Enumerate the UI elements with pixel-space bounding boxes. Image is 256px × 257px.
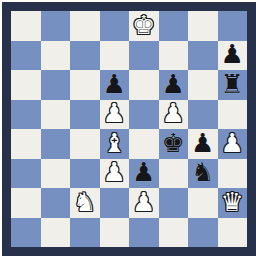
square-h8[interactable]: [218, 11, 248, 41]
square-f2[interactable]: [159, 188, 189, 218]
square-c3[interactable]: [70, 159, 100, 189]
square-h7[interactable]: ♟: [218, 41, 248, 71]
square-b2[interactable]: [41, 188, 71, 218]
square-c4[interactable]: [70, 129, 100, 159]
square-f7[interactable]: [159, 41, 189, 71]
white-pawn[interactable]: ♟: [103, 159, 126, 185]
square-d7[interactable]: [100, 41, 130, 71]
white-pawn[interactable]: ♟: [132, 189, 155, 215]
square-f1[interactable]: [159, 218, 189, 248]
black-rook[interactable]: ♜: [221, 71, 244, 97]
square-e5[interactable]: [129, 100, 159, 130]
square-d6[interactable]: ♟: [100, 70, 130, 100]
square-g8[interactable]: [188, 11, 218, 41]
square-b5[interactable]: [41, 100, 71, 130]
black-pawn[interactable]: ♟: [132, 159, 155, 185]
square-a8[interactable]: [11, 11, 41, 41]
square-e7[interactable]: [129, 41, 159, 71]
black-pawn[interactable]: ♟: [103, 71, 126, 97]
square-e2[interactable]: ♟: [129, 188, 159, 218]
square-e3[interactable]: ♟: [129, 159, 159, 189]
chess-board[interactable]: ♚♟♟♟♜♟♟♝♚♟♟♟♟♞♞♟♛: [11, 11, 247, 247]
black-king[interactable]: ♚: [162, 130, 185, 156]
square-a5[interactable]: [11, 100, 41, 130]
white-pawn[interactable]: ♟: [221, 130, 244, 156]
square-h1[interactable]: [218, 218, 248, 248]
square-d1[interactable]: [100, 218, 130, 248]
square-b8[interactable]: [41, 11, 71, 41]
white-pawn[interactable]: ♟: [162, 100, 185, 126]
black-knight[interactable]: ♞: [191, 159, 214, 185]
square-a7[interactable]: [11, 41, 41, 71]
square-e8[interactable]: ♚: [129, 11, 159, 41]
square-d8[interactable]: [100, 11, 130, 41]
square-h2[interactable]: ♛: [218, 188, 248, 218]
square-g2[interactable]: [188, 188, 218, 218]
square-e1[interactable]: [129, 218, 159, 248]
square-f3[interactable]: [159, 159, 189, 189]
square-b7[interactable]: [41, 41, 71, 71]
square-b4[interactable]: [41, 129, 71, 159]
square-g1[interactable]: [188, 218, 218, 248]
square-c5[interactable]: [70, 100, 100, 130]
black-pawn[interactable]: ♟: [191, 130, 214, 156]
square-c1[interactable]: [70, 218, 100, 248]
white-pawn[interactable]: ♟: [103, 100, 126, 126]
square-a1[interactable]: [11, 218, 41, 248]
square-g4[interactable]: ♟: [188, 129, 218, 159]
square-b1[interactable]: [41, 218, 71, 248]
board-frame: ♚♟♟♟♜♟♟♝♚♟♟♟♟♞♞♟♛: [2, 2, 256, 256]
black-pawn[interactable]: ♟: [162, 71, 185, 97]
black-pawn[interactable]: ♟: [221, 41, 244, 67]
square-a6[interactable]: [11, 70, 41, 100]
square-d3[interactable]: ♟: [100, 159, 130, 189]
square-f8[interactable]: [159, 11, 189, 41]
square-a4[interactable]: [11, 129, 41, 159]
square-d4[interactable]: ♝: [100, 129, 130, 159]
square-g7[interactable]: [188, 41, 218, 71]
white-king[interactable]: ♚: [132, 12, 155, 38]
square-b3[interactable]: [41, 159, 71, 189]
square-b6[interactable]: [41, 70, 71, 100]
square-c8[interactable]: [70, 11, 100, 41]
square-e4[interactable]: [129, 129, 159, 159]
square-h6[interactable]: ♜: [218, 70, 248, 100]
white-knight[interactable]: ♞: [73, 189, 96, 215]
square-h4[interactable]: ♟: [218, 129, 248, 159]
square-h5[interactable]: [218, 100, 248, 130]
square-d5[interactable]: ♟: [100, 100, 130, 130]
square-g3[interactable]: ♞: [188, 159, 218, 189]
square-c7[interactable]: [70, 41, 100, 71]
square-f6[interactable]: ♟: [159, 70, 189, 100]
square-c2[interactable]: ♞: [70, 188, 100, 218]
square-a3[interactable]: [11, 159, 41, 189]
square-d2[interactable]: [100, 188, 130, 218]
square-h3[interactable]: [218, 159, 248, 189]
square-f4[interactable]: ♚: [159, 129, 189, 159]
square-c6[interactable]: [70, 70, 100, 100]
square-a2[interactable]: [11, 188, 41, 218]
square-g6[interactable]: [188, 70, 218, 100]
white-bishop[interactable]: ♝: [103, 130, 126, 156]
square-g5[interactable]: [188, 100, 218, 130]
square-e6[interactable]: [129, 70, 159, 100]
square-f5[interactable]: ♟: [159, 100, 189, 130]
white-queen[interactable]: ♛: [221, 189, 244, 215]
